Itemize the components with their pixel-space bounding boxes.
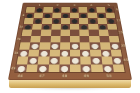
white-piece[interactable]: ● <box>71 56 79 64</box>
square-47[interactable]: ● <box>37 64 48 72</box>
light-square <box>91 64 102 72</box>
white-piece[interactable]: ● <box>82 64 90 72</box>
white-piece[interactable]: ● <box>103 64 112 72</box>
white-piece[interactable]: ● <box>92 56 100 64</box>
square-42[interactable]: ● <box>49 56 60 64</box>
square-37[interactable]: ● <box>39 49 50 56</box>
square-35[interactable]: ● <box>110 42 121 49</box>
white-piece[interactable]: ● <box>40 49 48 56</box>
field-numbers-bottom: 4647484950 <box>14 72 126 80</box>
field-number-label: 48 <box>60 73 68 79</box>
white-piece[interactable]: ● <box>51 42 59 49</box>
white-piece[interactable]: ● <box>50 56 58 64</box>
white-piece[interactable]: ● <box>29 56 38 64</box>
square-32[interactable]: ● <box>50 42 60 49</box>
square-48[interactable]: ● <box>59 64 70 72</box>
square-45[interactable]: ● <box>112 56 124 64</box>
light-square <box>70 64 81 72</box>
white-piece[interactable]: ● <box>61 49 69 56</box>
field-number-label: 45 <box>123 58 129 63</box>
field-number-label: 25 <box>118 30 124 35</box>
square-49[interactable]: ● <box>81 64 92 72</box>
white-piece[interactable]: ● <box>102 49 110 56</box>
white-piece[interactable]: ● <box>31 42 39 49</box>
square-38[interactable]: ● <box>60 49 70 56</box>
board-grid: ●●●●●●●●●●●●●●●●●●●●●●●●●●●●●●●●●●●●●●●● <box>15 7 124 72</box>
board-box-edge <box>9 79 131 88</box>
field-number-label: 49 <box>82 73 90 79</box>
light-square <box>48 64 59 72</box>
white-piece[interactable]: ● <box>81 49 89 56</box>
light-square <box>113 64 125 72</box>
white-piece[interactable]: ● <box>91 42 99 49</box>
field-number-label: 50 <box>104 73 113 79</box>
square-43[interactable]: ● <box>70 56 81 64</box>
white-piece[interactable]: ● <box>39 64 48 72</box>
field-number-label: 15 <box>116 19 121 23</box>
square-33[interactable]: ● <box>70 42 80 49</box>
white-piece[interactable]: ● <box>60 64 68 72</box>
draughts-board: 12345 4647484950 616263646 515253545 ●●●… <box>8 3 132 80</box>
white-piece[interactable]: ● <box>113 56 122 64</box>
field-number-label: 35 <box>121 43 127 48</box>
white-piece[interactable]: ● <box>17 64 26 72</box>
field-number-label: 5 <box>114 8 119 12</box>
white-piece[interactable]: ● <box>71 42 79 49</box>
square-44[interactable]: ● <box>91 56 102 64</box>
field-number-label: 46 <box>16 73 25 79</box>
white-piece[interactable]: ● <box>111 42 119 49</box>
square-39[interactable]: ● <box>80 49 91 56</box>
field-number-label: 47 <box>38 73 46 79</box>
white-piece[interactable]: ● <box>19 49 28 56</box>
photo-scene: 12345 4647484950 616263646 515253545 ●●●… <box>0 0 140 93</box>
